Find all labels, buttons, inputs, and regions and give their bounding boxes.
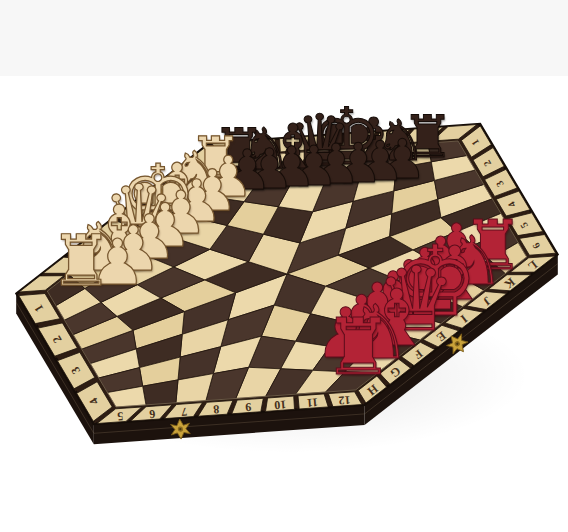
svg-text:12: 12 xyxy=(338,393,351,408)
product-photo-stage: 123456123456789101112HGFEIJKL ♜♞♝♛♚♝♞♜♟♟… xyxy=(0,0,568,532)
svg-text:9: 9 xyxy=(245,400,252,414)
board-cells xyxy=(47,141,526,407)
three-player-chess-board: 123456123456789101112HGFEIJKL xyxy=(0,0,568,532)
svg-text:10: 10 xyxy=(274,398,287,413)
svg-text:7: 7 xyxy=(181,405,188,419)
svg-text:8: 8 xyxy=(213,402,220,416)
svg-text:11: 11 xyxy=(306,395,318,410)
svg-text:6: 6 xyxy=(149,407,156,421)
svg-text:5: 5 xyxy=(117,409,124,423)
